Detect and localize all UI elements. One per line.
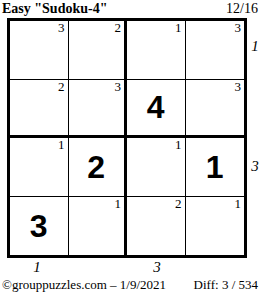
- cell-r3c2[interactable]: 2: [69, 138, 128, 197]
- cell-r4c2[interactable]: 1: [69, 197, 128, 256]
- pencil-mark: 1: [235, 197, 242, 211]
- cell-r2c2[interactable]: 3: [69, 80, 128, 139]
- pencil-mark: 1: [115, 197, 122, 211]
- cell-r3c3[interactable]: 1: [127, 138, 186, 197]
- cell-r1c3[interactable]: 1: [127, 21, 186, 80]
- col-label-1: 1: [31, 260, 43, 275]
- cell-r1c2[interactable]: 2: [69, 21, 128, 80]
- pencil-mark: 3: [58, 21, 65, 35]
- cell-r4c3[interactable]: 2: [127, 197, 186, 256]
- puzzle-counter: 12/16: [226, 1, 258, 17]
- difficulty-text: Diff: 3 / 534: [194, 277, 258, 293]
- cell-value: 3: [30, 210, 48, 242]
- pencil-mark: 3: [115, 80, 122, 94]
- pencil-mark: 3: [235, 80, 242, 94]
- pencil-mark: 1: [175, 138, 182, 152]
- cell-r4c4[interactable]: 1: [186, 197, 245, 256]
- cell-value: 2: [87, 151, 105, 183]
- cell-r2c1[interactable]: 2: [10, 80, 69, 139]
- cell-value: 4: [147, 91, 165, 123]
- pencil-mark: 1: [175, 21, 182, 35]
- pencil-mark: 1: [58, 138, 65, 152]
- row-label-3: 3: [249, 159, 260, 174]
- cell-value: 1: [206, 151, 224, 183]
- cell-r2c3[interactable]: 4: [127, 80, 186, 139]
- cell-r3c1[interactable]: 1: [10, 138, 69, 197]
- cell-r2c4[interactable]: 3: [186, 80, 245, 139]
- pencil-mark: 2: [115, 21, 122, 35]
- cell-r3c4[interactable]: 1: [186, 138, 245, 197]
- pencil-mark: 2: [175, 197, 182, 211]
- puzzle-title: Easy "Sudoku-4": [2, 1, 107, 17]
- row-label-1: 1: [249, 39, 260, 54]
- cell-r4c1[interactable]: 3: [10, 197, 69, 256]
- pencil-mark: 2: [58, 80, 65, 94]
- cell-r1c4[interactable]: 3: [186, 21, 245, 80]
- pencil-mark: 3: [235, 21, 242, 35]
- col-label-3: 3: [151, 260, 163, 275]
- sudoku-board: 3213234312113121: [7, 18, 247, 258]
- copyright-text: ©grouppuzzles.com – 1/9/2021: [2, 277, 166, 293]
- cell-r1c1[interactable]: 3: [10, 21, 69, 80]
- puzzle-page: Easy "Sudoku-4" 12/16 3213234312113121 1…: [0, 0, 260, 294]
